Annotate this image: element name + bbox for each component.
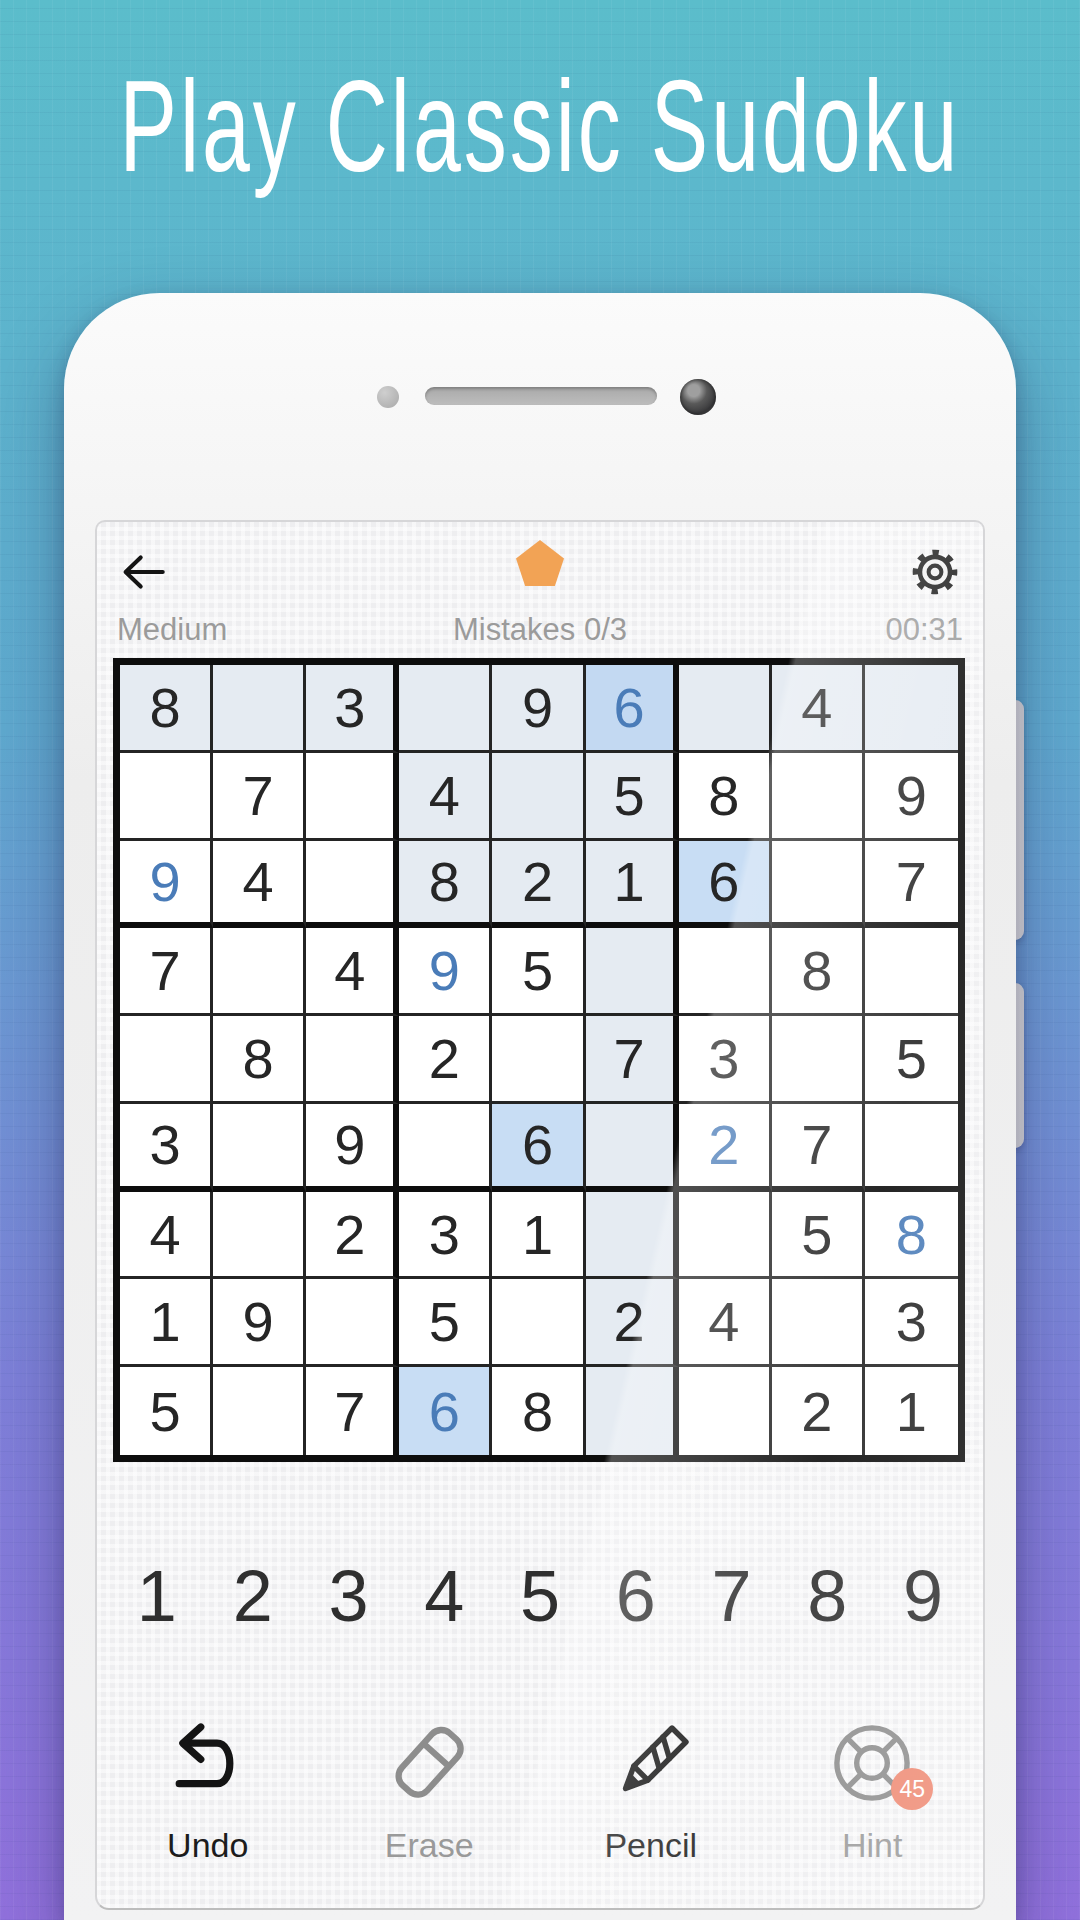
pentagon-icon — [516, 540, 564, 586]
sudoku-cell[interactable]: 1 — [120, 1279, 213, 1367]
sudoku-cell[interactable]: 4 — [213, 841, 306, 929]
sudoku-cell[interactable] — [120, 1016, 213, 1104]
hint-label: Hint — [842, 1826, 902, 1865]
sudoku-cell[interactable]: 3 — [679, 1016, 772, 1104]
sudoku-cell[interactable]: 4 — [399, 753, 492, 841]
status-row: Medium Mistakes 0/3 00:31 — [97, 612, 983, 652]
sudoku-cell[interactable]: 9 — [213, 1279, 306, 1367]
sudoku-cell[interactable]: 8 — [120, 665, 213, 753]
erase-label: Erase — [385, 1826, 474, 1865]
sudoku-cell[interactable] — [399, 665, 492, 753]
sudoku-cell[interactable] — [679, 665, 772, 753]
sudoku-cell[interactable]: 8 — [679, 753, 772, 841]
sudoku-cell[interactable]: 2 — [772, 1367, 865, 1455]
sudoku-cell[interactable]: 2 — [306, 1192, 399, 1280]
sudoku-cell[interactable] — [679, 1192, 772, 1280]
sudoku-cell[interactable]: 8 — [492, 1367, 585, 1455]
sudoku-cell[interactable]: 6 — [399, 1367, 492, 1455]
sudoku-cell[interactable]: 7 — [865, 841, 958, 929]
sudoku-cell[interactable] — [679, 1367, 772, 1455]
sudoku-cell[interactable]: 2 — [492, 841, 585, 929]
numpad-digit[interactable]: 6 — [616, 1554, 656, 1638]
sudoku-cell[interactable]: 3 — [120, 1104, 213, 1192]
sudoku-cell[interactable]: 3 — [399, 1192, 492, 1280]
eraser-icon — [384, 1718, 474, 1808]
sudoku-cell[interactable] — [865, 928, 958, 1016]
undo-icon — [163, 1718, 253, 1808]
sudoku-cell[interactable] — [213, 1104, 306, 1192]
phone-mockup: Medium Mistakes 0/3 00:31 83964745899482… — [64, 293, 1016, 1920]
sudoku-cell[interactable]: 7 — [120, 928, 213, 1016]
sudoku-cell[interactable]: 3 — [306, 665, 399, 753]
sudoku-cell[interactable]: 4 — [679, 1279, 772, 1367]
gear-icon — [906, 543, 964, 601]
sudoku-cell[interactable]: 5 — [492, 928, 585, 1016]
back-arrow-icon — [114, 543, 172, 601]
numpad-digit[interactable]: 4 — [424, 1554, 464, 1638]
pencil-button[interactable]: Pencil — [540, 1718, 762, 1865]
sudoku-cell[interactable] — [213, 1367, 306, 1455]
sudoku-cell[interactable] — [492, 1016, 585, 1104]
sudoku-cell[interactable] — [213, 928, 306, 1016]
promo-background: Play Classic Sudoku — [0, 0, 1080, 1920]
sudoku-board: 8396474589948216774958827353962742315819… — [113, 658, 965, 1462]
hint-button[interactable]: 45 Hint — [762, 1718, 984, 1865]
sudoku-cell[interactable]: 7 — [306, 1367, 399, 1455]
sudoku-cell[interactable]: 7 — [772, 1104, 865, 1192]
toolbar: Undo Erase — [97, 1718, 983, 1865]
sudoku-cell[interactable] — [586, 1367, 679, 1455]
sudoku-cell[interactable]: 2 — [679, 1104, 772, 1192]
sudoku-cell[interactable]: 6 — [679, 841, 772, 929]
back-button[interactable] — [113, 542, 173, 602]
sudoku-cell[interactable]: 9 — [865, 753, 958, 841]
sudoku-cell[interactable]: 5 — [399, 1279, 492, 1367]
numpad-digit[interactable]: 8 — [807, 1554, 847, 1638]
sudoku-cell[interactable] — [772, 1279, 865, 1367]
sudoku-cell[interactable]: 8 — [213, 1016, 306, 1104]
page-title: Play Classic Sudoku — [0, 36, 1080, 216]
numpad-digit[interactable]: 9 — [903, 1554, 943, 1638]
sudoku-cell[interactable] — [586, 1104, 679, 1192]
sudoku-cell[interactable] — [492, 1279, 585, 1367]
app-screen: Medium Mistakes 0/3 00:31 83964745899482… — [95, 520, 985, 1910]
sudoku-cell[interactable]: 9 — [399, 928, 492, 1016]
lifebuoy-icon: 45 — [827, 1718, 917, 1808]
earpiece-speaker — [425, 387, 657, 405]
sudoku-cell[interactable] — [399, 1104, 492, 1192]
sudoku-cell[interactable]: 1 — [586, 841, 679, 929]
sudoku-cell[interactable]: 2 — [399, 1016, 492, 1104]
proximity-sensor-dot — [377, 386, 399, 408]
sudoku-cell[interactable]: 4 — [306, 928, 399, 1016]
sudoku-cell[interactable] — [865, 1104, 958, 1192]
sudoku-cell[interactable]: 9 — [120, 841, 213, 929]
sudoku-cell[interactable] — [586, 1192, 679, 1280]
sudoku-cell[interactable]: 6 — [586, 665, 679, 753]
sudoku-cell[interactable]: 7 — [586, 1016, 679, 1104]
sudoku-cell[interactable] — [865, 665, 958, 753]
sudoku-cell[interactable]: 2 — [586, 1279, 679, 1367]
sudoku-cell[interactable]: 5 — [120, 1367, 213, 1455]
settings-button[interactable] — [905, 542, 965, 602]
sudoku-cell[interactable]: 9 — [492, 665, 585, 753]
pencil-icon — [606, 1718, 696, 1808]
sudoku-cell[interactable]: 8 — [865, 1192, 958, 1280]
sudoku-cell[interactable] — [306, 753, 399, 841]
numpad-digit[interactable]: 3 — [328, 1554, 368, 1638]
sudoku-cell[interactable]: 3 — [865, 1279, 958, 1367]
sudoku-cell[interactable]: 8 — [399, 841, 492, 929]
sudoku-cell[interactable] — [213, 1192, 306, 1280]
numpad-digit[interactable]: 2 — [233, 1554, 273, 1638]
sudoku-cell[interactable]: 8 — [772, 928, 865, 1016]
undo-label: Undo — [167, 1826, 248, 1865]
sudoku-cell[interactable]: 7 — [213, 753, 306, 841]
timer-label: 00:31 — [885, 612, 963, 648]
sudoku-cell[interactable]: 4 — [120, 1192, 213, 1280]
sudoku-cell[interactable] — [772, 841, 865, 929]
erase-button[interactable]: Erase — [319, 1718, 541, 1865]
sudoku-cell[interactable] — [772, 753, 865, 841]
sudoku-cell[interactable] — [772, 1016, 865, 1104]
sudoku-cell[interactable] — [213, 665, 306, 753]
sudoku-cell[interactable] — [120, 753, 213, 841]
numpad-digit[interactable]: 5 — [520, 1554, 560, 1638]
sudoku-cell[interactable]: 9 — [306, 1104, 399, 1192]
mistakes-label: Mistakes 0/3 — [97, 612, 983, 648]
numpad-digit[interactable]: 7 — [711, 1554, 751, 1638]
sudoku-cell[interactable] — [306, 1279, 399, 1367]
sudoku-cell[interactable]: 5 — [586, 753, 679, 841]
numpad-digit[interactable]: 1 — [137, 1554, 177, 1638]
undo-button[interactable]: Undo — [97, 1718, 319, 1865]
pencil-label: Pencil — [604, 1826, 697, 1865]
sudoku-cell[interactable]: 4 — [772, 665, 865, 753]
sudoku-cell[interactable] — [586, 928, 679, 1016]
sudoku-cell[interactable] — [492, 753, 585, 841]
numpad: 123456789 — [109, 1554, 971, 1638]
sudoku-cell[interactable] — [679, 928, 772, 1016]
sudoku-cell[interactable]: 5 — [865, 1016, 958, 1104]
sudoku-cell[interactable]: 1 — [865, 1367, 958, 1455]
sudoku-cell[interactable]: 6 — [492, 1104, 585, 1192]
sudoku-cell[interactable] — [306, 841, 399, 929]
hint-count-badge: 45 — [891, 1768, 933, 1810]
sudoku-cell[interactable]: 1 — [492, 1192, 585, 1280]
sudoku-cell[interactable] — [306, 1016, 399, 1104]
front-camera — [680, 379, 716, 415]
sudoku-cell[interactable]: 5 — [772, 1192, 865, 1280]
